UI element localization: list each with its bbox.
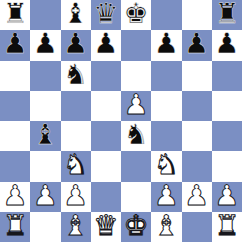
square-b1[interactable] bbox=[30, 212, 60, 242]
square-e1[interactable]: ♚ bbox=[121, 212, 151, 242]
square-c4[interactable] bbox=[61, 121, 91, 151]
square-c2[interactable]: ♟ bbox=[61, 182, 91, 212]
square-d4[interactable] bbox=[91, 121, 121, 151]
square-e6[interactable] bbox=[121, 61, 151, 91]
square-d3[interactable] bbox=[91, 151, 121, 181]
black-king[interactable]: ♚ bbox=[124, 0, 149, 28]
square-e3[interactable] bbox=[121, 151, 151, 181]
white-pawn[interactable]: ♟ bbox=[3, 182, 28, 210]
square-a7[interactable]: ♟ bbox=[0, 30, 30, 60]
white-bishop[interactable]: ♝ bbox=[154, 212, 179, 240]
black-pawn[interactable]: ♟ bbox=[154, 30, 179, 58]
white-pawn[interactable]: ♟ bbox=[154, 182, 179, 210]
square-h1[interactable]: ♜ bbox=[212, 212, 242, 242]
square-a8[interactable]: ♜ bbox=[0, 0, 30, 30]
white-pawn[interactable]: ♟ bbox=[214, 182, 239, 210]
square-f2[interactable]: ♟ bbox=[151, 182, 181, 212]
square-a3[interactable] bbox=[0, 151, 30, 181]
white-king[interactable]: ♚ bbox=[124, 212, 149, 240]
white-queen[interactable]: ♛ bbox=[93, 212, 118, 240]
square-c8[interactable]: ♝ bbox=[61, 0, 91, 30]
square-c1[interactable]: ♝ bbox=[61, 212, 91, 242]
black-rook[interactable]: ♜ bbox=[214, 0, 239, 28]
square-b8[interactable] bbox=[30, 0, 60, 30]
square-b3[interactable] bbox=[30, 151, 60, 181]
square-g1[interactable] bbox=[182, 212, 212, 242]
square-d1[interactable]: ♛ bbox=[91, 212, 121, 242]
black-pawn[interactable]: ♟ bbox=[3, 30, 28, 58]
black-pawn[interactable]: ♟ bbox=[184, 30, 209, 58]
black-knight[interactable]: ♞ bbox=[124, 121, 149, 149]
square-d7[interactable]: ♟ bbox=[91, 30, 121, 60]
white-knight[interactable]: ♞ bbox=[154, 151, 179, 179]
square-f6[interactable] bbox=[151, 61, 181, 91]
square-h3[interactable] bbox=[212, 151, 242, 181]
square-g3[interactable] bbox=[182, 151, 212, 181]
square-d8[interactable]: ♛ bbox=[91, 0, 121, 30]
square-b6[interactable] bbox=[30, 61, 60, 91]
square-a1[interactable]: ♜ bbox=[0, 212, 30, 242]
square-d2[interactable] bbox=[91, 182, 121, 212]
square-h2[interactable]: ♟ bbox=[212, 182, 242, 212]
square-h8[interactable]: ♜ bbox=[212, 0, 242, 30]
black-queen[interactable]: ♛ bbox=[93, 0, 118, 28]
white-rook[interactable]: ♜ bbox=[214, 212, 239, 240]
chess-board: ♜♝♛♚♜♟♟♟♟♟♟♟♞♟♝♞♞♞♟♟♟♟♟♟♜♝♛♚♝♜ bbox=[0, 0, 242, 242]
square-h5[interactable] bbox=[212, 91, 242, 121]
square-f8[interactable] bbox=[151, 0, 181, 30]
white-pawn[interactable]: ♟ bbox=[184, 182, 209, 210]
black-rook[interactable]: ♜ bbox=[3, 0, 28, 28]
square-c5[interactable] bbox=[61, 91, 91, 121]
square-g5[interactable] bbox=[182, 91, 212, 121]
square-g4[interactable] bbox=[182, 121, 212, 151]
square-b2[interactable]: ♟ bbox=[30, 182, 60, 212]
square-f5[interactable] bbox=[151, 91, 181, 121]
square-a6[interactable] bbox=[0, 61, 30, 91]
black-pawn[interactable]: ♟ bbox=[33, 30, 58, 58]
square-c6[interactable]: ♞ bbox=[61, 61, 91, 91]
white-pawn[interactable]: ♟ bbox=[124, 91, 149, 119]
square-c7[interactable]: ♟ bbox=[61, 30, 91, 60]
white-pawn[interactable]: ♟ bbox=[63, 182, 88, 210]
square-h4[interactable] bbox=[212, 121, 242, 151]
square-b5[interactable] bbox=[30, 91, 60, 121]
square-g7[interactable]: ♟ bbox=[182, 30, 212, 60]
square-d5[interactable] bbox=[91, 91, 121, 121]
square-e7[interactable] bbox=[121, 30, 151, 60]
square-f1[interactable]: ♝ bbox=[151, 212, 181, 242]
black-bishop[interactable]: ♝ bbox=[33, 121, 58, 149]
square-b4[interactable]: ♝ bbox=[30, 121, 60, 151]
black-bishop[interactable]: ♝ bbox=[63, 0, 88, 28]
square-a2[interactable]: ♟ bbox=[0, 182, 30, 212]
square-g2[interactable]: ♟ bbox=[182, 182, 212, 212]
white-rook[interactable]: ♜ bbox=[3, 212, 28, 240]
square-d6[interactable] bbox=[91, 61, 121, 91]
square-f4[interactable] bbox=[151, 121, 181, 151]
square-e5[interactable]: ♟ bbox=[121, 91, 151, 121]
square-a5[interactable] bbox=[0, 91, 30, 121]
square-g6[interactable] bbox=[182, 61, 212, 91]
black-pawn[interactable]: ♟ bbox=[214, 30, 239, 58]
chess-board-container: ♜♝♛♚♜♟♟♟♟♟♟♟♞♟♝♞♞♞♟♟♟♟♟♟♜♝♛♚♝♜ bbox=[0, 0, 242, 242]
square-h6[interactable] bbox=[212, 61, 242, 91]
square-c3[interactable]: ♞ bbox=[61, 151, 91, 181]
white-bishop[interactable]: ♝ bbox=[63, 212, 88, 240]
square-f3[interactable]: ♞ bbox=[151, 151, 181, 181]
square-h7[interactable]: ♟ bbox=[212, 30, 242, 60]
black-pawn[interactable]: ♟ bbox=[63, 30, 88, 58]
square-b7[interactable]: ♟ bbox=[30, 30, 60, 60]
black-pawn[interactable]: ♟ bbox=[93, 30, 118, 58]
square-a4[interactable] bbox=[0, 121, 30, 151]
square-e4[interactable]: ♞ bbox=[121, 121, 151, 151]
white-pawn[interactable]: ♟ bbox=[33, 182, 58, 210]
square-e8[interactable]: ♚ bbox=[121, 0, 151, 30]
black-knight[interactable]: ♞ bbox=[63, 61, 88, 89]
square-e2[interactable] bbox=[121, 182, 151, 212]
square-f7[interactable]: ♟ bbox=[151, 30, 181, 60]
white-knight[interactable]: ♞ bbox=[63, 151, 88, 179]
square-g8[interactable] bbox=[182, 0, 212, 30]
